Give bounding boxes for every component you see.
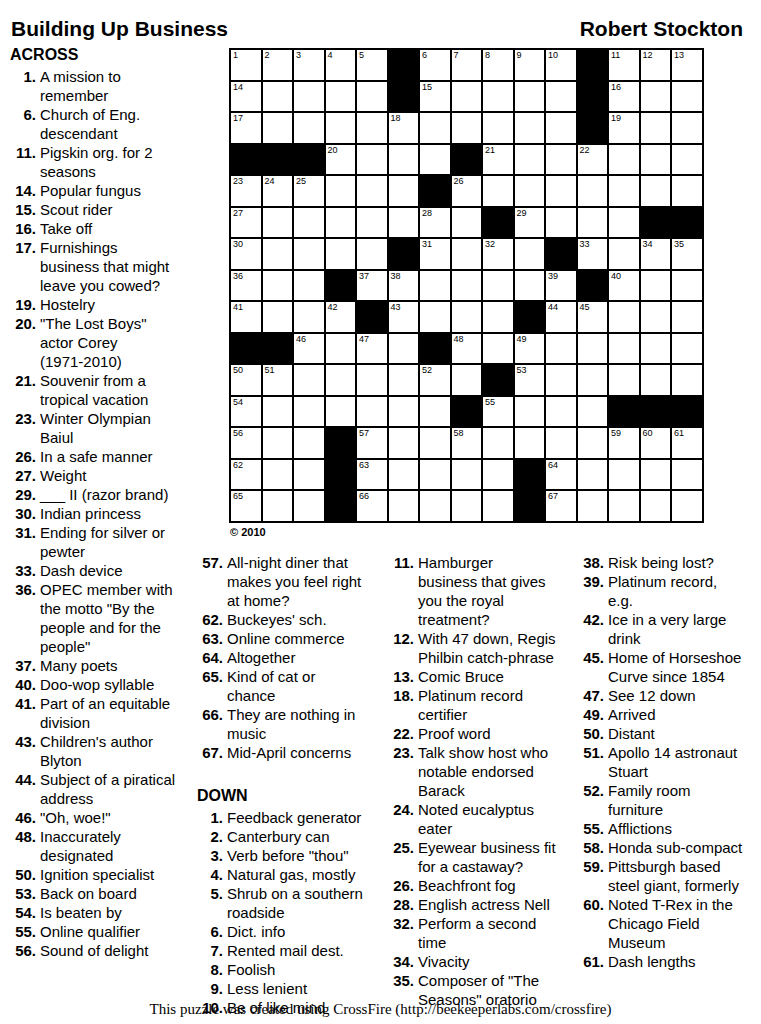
- cell-r13c3[interactable]: [294, 428, 324, 458]
- cell-r1c8[interactable]: 7: [452, 50, 482, 80]
- down-clue-42: 42.Ice in a very large drink: [578, 610, 760, 648]
- cell-r10c13[interactable]: [609, 334, 639, 364]
- cell-r14c2[interactable]: [263, 460, 293, 490]
- cell-r7c12[interactable]: 33: [578, 239, 608, 269]
- cell-r10c14[interactable]: [641, 334, 671, 364]
- cell-r6c11[interactable]: [546, 208, 576, 238]
- cell-r2c14[interactable]: [641, 82, 671, 112]
- cell-r13c2[interactable]: [263, 428, 293, 458]
- cell-r6c13[interactable]: [609, 208, 639, 238]
- clue-number: 28.: [388, 895, 418, 914]
- clue-text: Dash lengths: [608, 952, 758, 971]
- cell-r11c1[interactable]: 50: [231, 365, 261, 395]
- cell-number: 40: [611, 271, 621, 282]
- crossword-grid: 1234567891011121314151617181920212223242…: [229, 48, 704, 523]
- clue-text: They are nothing in music: [227, 705, 381, 743]
- cell-number: 37: [359, 271, 369, 282]
- cell-r13c14[interactable]: 60: [641, 428, 671, 458]
- clue-text: Dict. info: [227, 922, 381, 941]
- cell-r1c4[interactable]: 4: [326, 50, 356, 80]
- cell-r5c1[interactable]: 23: [231, 176, 261, 206]
- cell-r6c4[interactable]: [326, 208, 356, 238]
- cell-number: 49: [517, 334, 527, 345]
- black-square-r9c5: [357, 302, 387, 332]
- clue-number: 12.: [388, 629, 418, 648]
- clue-text: English actress Nell: [418, 895, 572, 914]
- cell-number: 48: [454, 334, 464, 345]
- cell-r12c11[interactable]: [546, 397, 576, 427]
- cell-r10c8[interactable]: 48: [452, 334, 482, 364]
- cell-r4c14[interactable]: [641, 145, 671, 175]
- cell-r7c13[interactable]: [609, 239, 639, 269]
- cell-r10c3[interactable]: 46: [294, 334, 324, 364]
- cell-r11c11[interactable]: [546, 365, 576, 395]
- cell-r5c15[interactable]: [672, 176, 702, 206]
- cell-r4c4[interactable]: 20: [326, 145, 356, 175]
- cell-r11c2[interactable]: 51: [263, 365, 293, 395]
- cell-number: 55: [485, 397, 495, 408]
- cell-r13c8[interactable]: 58: [452, 428, 482, 458]
- cell-r5c8[interactable]: 26: [452, 176, 482, 206]
- cell-r5c6[interactable]: [389, 176, 419, 206]
- cell-number: 6: [422, 50, 427, 61]
- cell-r11c5[interactable]: [357, 365, 387, 395]
- cell-number: 46: [296, 334, 306, 345]
- cell-number: 31: [422, 239, 432, 250]
- black-square-r2c6: [389, 82, 419, 112]
- cell-r9c1[interactable]: 41: [231, 302, 261, 332]
- cell-r11c12[interactable]: [578, 365, 608, 395]
- clue-text: Ice in a very large drink: [608, 610, 758, 648]
- cell-r4c9[interactable]: 21: [483, 145, 513, 175]
- cell-r8c14[interactable]: [641, 271, 671, 301]
- cell-r5c9[interactable]: [483, 176, 513, 206]
- cell-r15c5[interactable]: 66: [357, 491, 387, 521]
- cell-r12c3[interactable]: [294, 397, 324, 427]
- cell-r5c14[interactable]: [641, 176, 671, 206]
- cell-r14c13[interactable]: [609, 460, 639, 490]
- down-clue-60: 60.Noted T-Rex in the Chicago Field Muse…: [578, 895, 760, 952]
- cell-r3c6[interactable]: 18: [389, 113, 419, 143]
- cell-r13c5[interactable]: 57: [357, 428, 387, 458]
- cell-number: 42: [328, 302, 338, 313]
- clue-number: 9.: [197, 979, 227, 998]
- cell-r13c7[interactable]: [420, 428, 450, 458]
- clue-text: Sound of delight: [40, 941, 188, 960]
- across-clue-36: 36.OPEC member with the motto "By the pe…: [10, 580, 192, 656]
- cell-r1c2[interactable]: 2: [263, 50, 293, 80]
- across-clues-list-1: 1.A mission to remember6.Church of Eng. …: [10, 67, 192, 960]
- cell-r4c10[interactable]: [515, 145, 545, 175]
- cell-r1c7[interactable]: 6: [420, 50, 450, 80]
- clue-number: 60.: [578, 895, 608, 914]
- cell-r10c10[interactable]: 49: [515, 334, 545, 364]
- cell-r6c12[interactable]: [578, 208, 608, 238]
- cell-r9c13[interactable]: [609, 302, 639, 332]
- cell-r6c6[interactable]: [389, 208, 419, 238]
- cell-r7c9[interactable]: 32: [483, 239, 513, 269]
- cell-r15c9[interactable]: [483, 491, 513, 521]
- cell-r15c15[interactable]: [672, 491, 702, 521]
- cell-r5c3[interactable]: 25: [294, 176, 324, 206]
- cell-r6c1[interactable]: 27: [231, 208, 261, 238]
- cell-r1c10[interactable]: 9: [515, 50, 545, 80]
- cell-r14c8[interactable]: [452, 460, 482, 490]
- clue-text: See 12 down: [608, 686, 758, 705]
- clue-text: Beachfront fog: [418, 876, 572, 895]
- cell-r8c10[interactable]: [515, 271, 545, 301]
- clue-text: Distant: [608, 724, 758, 743]
- puzzle-page: Building Up Business Robert Stockton ACR…: [0, 0, 761, 1024]
- cell-r3c1[interactable]: 17: [231, 113, 261, 143]
- cell-r14c1[interactable]: 62: [231, 460, 261, 490]
- clue-text: Take off: [40, 219, 188, 238]
- clue-number: 42.: [578, 610, 608, 629]
- clue-number: 50.: [578, 724, 608, 743]
- cell-r9c2[interactable]: [263, 302, 293, 332]
- cell-r3c15[interactable]: [672, 113, 702, 143]
- cell-r7c10[interactable]: [515, 239, 545, 269]
- cell-r5c11[interactable]: [546, 176, 576, 206]
- cell-r1c1[interactable]: 1: [231, 50, 261, 80]
- cell-number: 28: [422, 208, 432, 219]
- clue-number: 41.: [10, 694, 40, 713]
- cell-r3c3[interactable]: [294, 113, 324, 143]
- cell-r12c12[interactable]: [578, 397, 608, 427]
- cell-r13c6[interactable]: [389, 428, 419, 458]
- cell-r13c11[interactable]: [546, 428, 576, 458]
- clue-number: 15.: [10, 200, 40, 219]
- cell-r14c3[interactable]: [294, 460, 324, 490]
- clue-text: Inaccurately designated: [40, 827, 188, 865]
- black-square-r6c14: [641, 208, 671, 238]
- cell-r13c1[interactable]: 56: [231, 428, 261, 458]
- cell-r7c4[interactable]: [326, 239, 356, 269]
- clue-text: Back on board: [40, 884, 188, 903]
- cell-r15c1[interactable]: 65: [231, 491, 261, 521]
- clue-text: Comic Bruce: [418, 667, 572, 686]
- cell-r10c5[interactable]: 47: [357, 334, 387, 364]
- footer-credit: This puzzle was created using CrossFire …: [0, 1001, 761, 1018]
- cell-r9c3[interactable]: [294, 302, 324, 332]
- down-clue-8: 8.Foolish: [197, 960, 385, 979]
- cell-r8c13[interactable]: 40: [609, 271, 639, 301]
- cell-r14c5[interactable]: 63: [357, 460, 387, 490]
- clue-text: Is beaten by: [40, 903, 188, 922]
- cell-r1c13[interactable]: 11: [609, 50, 639, 80]
- cell-r2c10[interactable]: [515, 82, 545, 112]
- clue-text: Winter Olympian Baiul: [40, 409, 188, 447]
- cell-r11c13[interactable]: [609, 365, 639, 395]
- clue-number: 26.: [10, 447, 40, 466]
- across-clue-63: 63.Online commerce: [197, 629, 385, 648]
- cell-r14c12[interactable]: [578, 460, 608, 490]
- cell-number: 57: [359, 428, 369, 439]
- black-square-r14c4: [326, 460, 356, 490]
- cell-r15c12[interactable]: [578, 491, 608, 521]
- cell-r1c9[interactable]: 8: [483, 50, 513, 80]
- cell-r12c5[interactable]: [357, 397, 387, 427]
- clue-number: 32.: [388, 914, 418, 933]
- cell-r5c4[interactable]: [326, 176, 356, 206]
- cell-r14c6[interactable]: [389, 460, 419, 490]
- cell-r15c3[interactable]: [294, 491, 324, 521]
- cell-r7c5[interactable]: [357, 239, 387, 269]
- cell-r9c12[interactable]: 45: [578, 302, 608, 332]
- clue-text: Family room furniture: [608, 781, 758, 819]
- cell-r8c3[interactable]: [294, 271, 324, 301]
- cell-r6c7[interactable]: 28: [420, 208, 450, 238]
- down-clue-18: 18.Platinum record certifier: [388, 686, 576, 724]
- cell-r11c4[interactable]: [326, 365, 356, 395]
- cell-number: 22: [580, 145, 590, 156]
- cell-r12c2[interactable]: [263, 397, 293, 427]
- cell-r11c3[interactable]: [294, 365, 324, 395]
- across-clue-33: 33.Dash device: [10, 561, 192, 580]
- across-clue-62: 62.Buckeyes' sch.: [197, 610, 385, 629]
- clue-text: Feedback generator: [227, 808, 381, 827]
- cell-r5c10[interactable]: [515, 176, 545, 206]
- cell-r4c6[interactable]: [389, 145, 419, 175]
- cell-r12c10[interactable]: [515, 397, 545, 427]
- cell-r8c9[interactable]: [483, 271, 513, 301]
- black-square-r4c2: [263, 145, 293, 175]
- cell-r3c5[interactable]: [357, 113, 387, 143]
- cell-number: 44: [548, 302, 558, 313]
- clue-number: 63.: [197, 629, 227, 648]
- clue-number: 27.: [10, 466, 40, 485]
- cell-r3c7[interactable]: [420, 113, 450, 143]
- cell-r6c2[interactable]: [263, 208, 293, 238]
- clue-text: Natural gas, mostly: [227, 865, 381, 884]
- cell-r5c2[interactable]: 24: [263, 176, 293, 206]
- cell-r10c9[interactable]: [483, 334, 513, 364]
- cell-r9c15[interactable]: [672, 302, 702, 332]
- cell-r15c11[interactable]: 67: [546, 491, 576, 521]
- cell-r15c8[interactable]: [452, 491, 482, 521]
- cell-r9c14[interactable]: [641, 302, 671, 332]
- clue-text: Verb before "thou": [227, 846, 381, 865]
- cell-r11c7[interactable]: 52: [420, 365, 450, 395]
- cell-r6c8[interactable]: [452, 208, 482, 238]
- cell-r7c15[interactable]: 35: [672, 239, 702, 269]
- cell-r13c10[interactable]: [515, 428, 545, 458]
- cell-r3c14[interactable]: [641, 113, 671, 143]
- cell-r3c8[interactable]: [452, 113, 482, 143]
- across-clue-48: 48.Inaccurately designated: [10, 827, 192, 865]
- cell-number: 36: [233, 271, 243, 282]
- cell-r7c2[interactable]: [263, 239, 293, 269]
- cell-r8c5[interactable]: 37: [357, 271, 387, 301]
- black-square-r10c7: [420, 334, 450, 364]
- clue-text: Arrived: [608, 705, 758, 724]
- cell-r4c5[interactable]: [357, 145, 387, 175]
- cell-r2c8[interactable]: [452, 82, 482, 112]
- cell-r12c7[interactable]: [420, 397, 450, 427]
- cell-r7c1[interactable]: 30: [231, 239, 261, 269]
- cell-r8c6[interactable]: 38: [389, 271, 419, 301]
- black-square-r3c12: [578, 113, 608, 143]
- cell-r2c5[interactable]: [357, 82, 387, 112]
- cell-r8c15[interactable]: [672, 271, 702, 301]
- clue-number: 14.: [10, 181, 40, 200]
- cell-r13c12[interactable]: [578, 428, 608, 458]
- cell-r3c10[interactable]: [515, 113, 545, 143]
- cell-r1c5[interactable]: 5: [357, 50, 387, 80]
- clue-text: Noted eucalyptus eater: [418, 800, 572, 838]
- clue-number: 11.: [10, 143, 40, 162]
- cell-r4c13[interactable]: [609, 145, 639, 175]
- clue-number: 65.: [197, 667, 227, 686]
- cell-r1c11[interactable]: 10: [546, 50, 576, 80]
- cell-r7c8[interactable]: [452, 239, 482, 269]
- cell-r7c14[interactable]: 34: [641, 239, 671, 269]
- clue-number: 11.: [388, 553, 418, 572]
- cell-r10c4[interactable]: [326, 334, 356, 364]
- down-clue-47: 47.See 12 down: [578, 686, 760, 705]
- cell-r7c3[interactable]: [294, 239, 324, 269]
- cell-r12c6[interactable]: [389, 397, 419, 427]
- down-clue-58: 58.Honda sub-compact: [578, 838, 760, 857]
- cell-r15c2[interactable]: [263, 491, 293, 521]
- clue-number: 8.: [197, 960, 227, 979]
- cell-r2c13[interactable]: 16: [609, 82, 639, 112]
- black-square-r12c13: [609, 397, 639, 427]
- down-clue-39: 39.Platinum record, e.g.: [578, 572, 760, 610]
- down-clue-49: 49.Arrived: [578, 705, 760, 724]
- cell-r2c15[interactable]: [672, 82, 702, 112]
- across-clue-27: 27.Weight: [10, 466, 192, 485]
- clue-text: Platinum record, e.g.: [608, 572, 758, 610]
- cell-r4c11[interactable]: [546, 145, 576, 175]
- black-square-r13c4: [326, 428, 356, 458]
- cell-r12c1[interactable]: 54: [231, 397, 261, 427]
- across-heading: ACROSS: [10, 46, 192, 63]
- cell-r8c2[interactable]: [263, 271, 293, 301]
- cell-r11c10[interactable]: 53: [515, 365, 545, 395]
- clue-text: Pigskin org. for 2 seasons: [40, 143, 188, 181]
- clue-text: Popular fungus: [40, 181, 188, 200]
- cell-r9c4[interactable]: 42: [326, 302, 356, 332]
- cell-r8c7[interactable]: [420, 271, 450, 301]
- cell-r11c14[interactable]: [641, 365, 671, 395]
- cell-r14c11[interactable]: 64: [546, 460, 576, 490]
- cell-r2c11[interactable]: [546, 82, 576, 112]
- cell-number: 7: [454, 50, 459, 61]
- down-clue-25: 25.Eyewear business fit for a castaway?: [388, 838, 576, 876]
- cell-r4c12[interactable]: 22: [578, 145, 608, 175]
- black-square-r4c3: [294, 145, 324, 175]
- cell-r12c4[interactable]: [326, 397, 356, 427]
- cell-r5c12[interactable]: [578, 176, 608, 206]
- cell-r4c7[interactable]: [420, 145, 450, 175]
- cell-r8c1[interactable]: 36: [231, 271, 261, 301]
- cell-r5c13[interactable]: [609, 176, 639, 206]
- cell-r13c15[interactable]: 61: [672, 428, 702, 458]
- cell-r2c3[interactable]: [294, 82, 324, 112]
- cell-r2c9[interactable]: [483, 82, 513, 112]
- cell-r15c14[interactable]: [641, 491, 671, 521]
- cell-r10c11[interactable]: [546, 334, 576, 364]
- cell-number: 32: [485, 239, 495, 250]
- clue-number: 22.: [388, 724, 418, 743]
- black-square-r4c8: [452, 145, 482, 175]
- across-clue-67: 67.Mid-April concerns: [197, 743, 385, 762]
- cell-r1c14[interactable]: 12: [641, 50, 671, 80]
- cell-r2c7[interactable]: 15: [420, 82, 450, 112]
- cell-r9c8[interactable]: [452, 302, 482, 332]
- cell-r3c11[interactable]: [546, 113, 576, 143]
- cell-r13c9[interactable]: [483, 428, 513, 458]
- clue-number: 62.: [197, 610, 227, 629]
- cell-r11c15[interactable]: [672, 365, 702, 395]
- cell-r1c15[interactable]: 13: [672, 50, 702, 80]
- cell-r10c12[interactable]: [578, 334, 608, 364]
- cell-r2c2[interactable]: [263, 82, 293, 112]
- clue-text: Shrub on a southern roadside: [227, 884, 381, 922]
- clue-text: Kind of cat or chance: [227, 667, 381, 705]
- cell-number: 50: [233, 365, 243, 376]
- cell-r3c13[interactable]: 19: [609, 113, 639, 143]
- cell-r9c6[interactable]: 43: [389, 302, 419, 332]
- cell-r14c9[interactable]: [483, 460, 513, 490]
- clue-number: 4.: [197, 865, 227, 884]
- cell-r5c5[interactable]: [357, 176, 387, 206]
- cell-number: 23: [233, 176, 243, 187]
- cell-number: 24: [265, 176, 275, 187]
- cell-r2c4[interactable]: [326, 82, 356, 112]
- cell-r1c3[interactable]: 3: [294, 50, 324, 80]
- clue-number: 16.: [10, 219, 40, 238]
- cell-r12c9[interactable]: 55: [483, 397, 513, 427]
- cell-number: 30: [233, 239, 243, 250]
- cell-r3c2[interactable]: [263, 113, 293, 143]
- cell-r10c15[interactable]: [672, 334, 702, 364]
- cell-r13c13[interactable]: 59: [609, 428, 639, 458]
- cell-number: 56: [233, 428, 243, 439]
- black-square-r10c1: [231, 334, 261, 364]
- cell-r8c8[interactable]: [452, 271, 482, 301]
- cell-r15c7[interactable]: [420, 491, 450, 521]
- cell-r8c11[interactable]: 39: [546, 271, 576, 301]
- cell-number: 59: [611, 428, 621, 439]
- cell-r11c6[interactable]: [389, 365, 419, 395]
- clue-number: 57.: [197, 553, 227, 572]
- black-square-r6c15: [672, 208, 702, 238]
- cell-r11c8[interactable]: [452, 365, 482, 395]
- cell-r6c5[interactable]: [357, 208, 387, 238]
- black-square-r7c11: [546, 239, 576, 269]
- cell-r14c7[interactable]: [420, 460, 450, 490]
- cell-r14c15[interactable]: [672, 460, 702, 490]
- cell-r3c4[interactable]: [326, 113, 356, 143]
- cell-r9c7[interactable]: [420, 302, 450, 332]
- cell-r6c3[interactable]: [294, 208, 324, 238]
- cell-r15c6[interactable]: [389, 491, 419, 521]
- cell-r2c1[interactable]: 14: [231, 82, 261, 112]
- cell-r3c9[interactable]: [483, 113, 513, 143]
- cell-r6c10[interactable]: 29: [515, 208, 545, 238]
- cell-r14c14[interactable]: [641, 460, 671, 490]
- cell-r7c7[interactable]: 31: [420, 239, 450, 269]
- cell-r15c13[interactable]: [609, 491, 639, 521]
- cell-r9c11[interactable]: 44: [546, 302, 576, 332]
- across-clue-6: 6.Church of Eng. descendant: [10, 105, 192, 143]
- cell-r9c9[interactable]: [483, 302, 513, 332]
- cell-r4c15[interactable]: [672, 145, 702, 175]
- clue-column-1: ACROSS 1.A mission to remember6.Church o…: [10, 46, 192, 960]
- cell-r10c6[interactable]: [389, 334, 419, 364]
